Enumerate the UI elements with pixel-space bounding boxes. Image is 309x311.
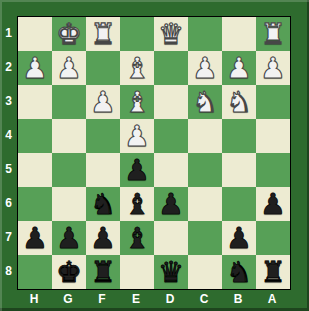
black-rook-icon: ♜ xyxy=(90,255,116,289)
black-pawn-icon: ♟ xyxy=(158,187,184,221)
square-h1[interactable] xyxy=(18,17,52,51)
square-c3[interactable]: ♞ xyxy=(188,85,222,119)
square-b2[interactable]: ♟ xyxy=(222,51,256,85)
square-e1[interactable] xyxy=(120,17,154,51)
square-d3[interactable] xyxy=(154,85,188,119)
square-e7[interactable]: ♝ xyxy=(120,221,154,255)
rank-label-1: 1 xyxy=(0,16,17,50)
file-label-h: H xyxy=(17,289,51,309)
square-d6[interactable]: ♟ xyxy=(154,187,188,221)
square-d4[interactable] xyxy=(154,119,188,153)
square-e5[interactable]: ♟ xyxy=(120,153,154,187)
white-pawn-icon: ♟ xyxy=(192,51,218,85)
rank-label-5: 5 xyxy=(0,152,17,186)
black-rook-icon: ♜ xyxy=(260,255,286,289)
white-queen-icon: ♛ xyxy=(158,17,184,51)
white-pawn-icon: ♟ xyxy=(22,51,48,85)
square-a4[interactable] xyxy=(256,119,290,153)
chess-board[interactable]: ♚♜♛♜♟♟♝♟♟♟♟♝♞♞♟♟♞♝♟♟♟♟♟♝♟♚♜♛♞♜ xyxy=(17,16,291,290)
black-pawn-icon: ♟ xyxy=(260,187,286,221)
square-h4[interactable] xyxy=(18,119,52,153)
black-bishop-icon: ♝ xyxy=(124,221,150,255)
black-pawn-icon: ♟ xyxy=(226,221,252,255)
square-g1[interactable]: ♚ xyxy=(52,17,86,51)
square-f1[interactable]: ♜ xyxy=(86,17,120,51)
square-b6[interactable] xyxy=(222,187,256,221)
white-bishop-icon: ♝ xyxy=(124,85,150,119)
rank-label-6: 6 xyxy=(0,186,17,220)
white-king-icon: ♚ xyxy=(56,17,82,51)
square-f8[interactable]: ♜ xyxy=(86,255,120,289)
square-e2[interactable]: ♝ xyxy=(120,51,154,85)
black-king-icon: ♚ xyxy=(56,255,82,289)
file-label-b: B xyxy=(221,289,255,309)
square-a7[interactable] xyxy=(256,221,290,255)
black-pawn-icon: ♟ xyxy=(56,221,82,255)
square-a2[interactable]: ♟ xyxy=(256,51,290,85)
square-b1[interactable] xyxy=(222,17,256,51)
square-c1[interactable] xyxy=(188,17,222,51)
square-b5[interactable] xyxy=(222,153,256,187)
square-e8[interactable] xyxy=(120,255,154,289)
square-d8[interactable]: ♛ xyxy=(154,255,188,289)
square-f5[interactable] xyxy=(86,153,120,187)
square-b7[interactable]: ♟ xyxy=(222,221,256,255)
square-d1[interactable]: ♛ xyxy=(154,17,188,51)
white-pawn-icon: ♟ xyxy=(56,51,82,85)
file-label-c: C xyxy=(187,289,221,309)
square-c4[interactable] xyxy=(188,119,222,153)
square-d5[interactable] xyxy=(154,153,188,187)
square-h7[interactable]: ♟ xyxy=(18,221,52,255)
square-g8[interactable]: ♚ xyxy=(52,255,86,289)
square-e6[interactable]: ♝ xyxy=(120,187,154,221)
square-a6[interactable]: ♟ xyxy=(256,187,290,221)
rank-label-7: 7 xyxy=(0,220,17,254)
square-d7[interactable] xyxy=(154,221,188,255)
square-f7[interactable]: ♟ xyxy=(86,221,120,255)
square-a1[interactable]: ♜ xyxy=(256,17,290,51)
square-c2[interactable]: ♟ xyxy=(188,51,222,85)
square-f3[interactable]: ♟ xyxy=(86,85,120,119)
square-h3[interactable] xyxy=(18,85,52,119)
square-c6[interactable] xyxy=(188,187,222,221)
square-b4[interactable] xyxy=(222,119,256,153)
square-g4[interactable] xyxy=(52,119,86,153)
black-pawn-icon: ♟ xyxy=(124,153,150,187)
rank-label-8: 8 xyxy=(0,254,17,288)
rank-label-2: 2 xyxy=(0,50,17,84)
rank-label-3: 3 xyxy=(0,84,17,118)
white-rook-icon: ♜ xyxy=(90,17,116,51)
square-f2[interactable] xyxy=(86,51,120,85)
square-a3[interactable] xyxy=(256,85,290,119)
square-a5[interactable] xyxy=(256,153,290,187)
black-bishop-icon: ♝ xyxy=(124,187,150,221)
file-label-f: F xyxy=(85,289,119,309)
white-pawn-icon: ♟ xyxy=(90,85,116,119)
square-f6[interactable]: ♞ xyxy=(86,187,120,221)
black-pawn-icon: ♟ xyxy=(90,221,116,255)
file-label-d: D xyxy=(153,289,187,309)
square-c7[interactable] xyxy=(188,221,222,255)
square-h2[interactable]: ♟ xyxy=(18,51,52,85)
square-g7[interactable]: ♟ xyxy=(52,221,86,255)
square-g6[interactable] xyxy=(52,187,86,221)
black-pawn-icon: ♟ xyxy=(22,221,48,255)
square-h5[interactable] xyxy=(18,153,52,187)
file-label-a: A xyxy=(255,289,289,309)
white-pawn-icon: ♟ xyxy=(124,119,150,153)
white-pawn-icon: ♟ xyxy=(226,51,252,85)
white-pawn-icon: ♟ xyxy=(260,51,286,85)
square-d2[interactable] xyxy=(154,51,188,85)
square-g5[interactable] xyxy=(52,153,86,187)
square-c8[interactable] xyxy=(188,255,222,289)
square-a8[interactable]: ♜ xyxy=(256,255,290,289)
black-queen-icon: ♛ xyxy=(158,255,184,289)
chessboard-frame: 12345678 ♚♜♛♜♟♟♝♟♟♟♟♝♞♞♟♟♞♝♟♟♟♟♟♝♟♚♜♛♞♜ … xyxy=(0,0,309,311)
white-rook-icon: ♜ xyxy=(260,17,286,51)
square-h8[interactable] xyxy=(18,255,52,289)
white-knight-icon: ♞ xyxy=(226,85,252,119)
file-labels: HGFEDCBA xyxy=(17,289,289,309)
square-f4[interactable] xyxy=(86,119,120,153)
rank-labels: 12345678 xyxy=(0,16,17,288)
square-c5[interactable] xyxy=(188,153,222,187)
square-e4[interactable]: ♟ xyxy=(120,119,154,153)
black-knight-icon: ♞ xyxy=(226,255,252,289)
square-e3[interactable]: ♝ xyxy=(120,85,154,119)
rank-label-4: 4 xyxy=(0,118,17,152)
square-b8[interactable]: ♞ xyxy=(222,255,256,289)
square-g2[interactable]: ♟ xyxy=(52,51,86,85)
black-knight-icon: ♞ xyxy=(90,187,116,221)
white-knight-icon: ♞ xyxy=(192,85,218,119)
white-bishop-icon: ♝ xyxy=(124,51,150,85)
square-h6[interactable] xyxy=(18,187,52,221)
square-b3[interactable]: ♞ xyxy=(222,85,256,119)
file-label-e: E xyxy=(119,289,153,309)
file-label-g: G xyxy=(51,289,85,309)
square-g3[interactable] xyxy=(52,85,86,119)
